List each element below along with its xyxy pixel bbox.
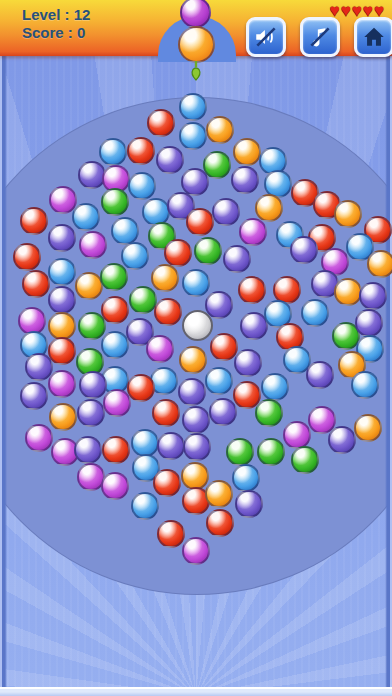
bubble[interactable] [157,432,185,460]
bubble[interactable] [79,371,107,399]
bubble[interactable] [182,537,210,565]
bubble[interactable] [22,270,50,298]
bubble[interactable] [100,263,128,291]
bubble[interactable] [129,286,157,314]
bubble[interactable] [301,299,329,327]
bubble[interactable] [101,331,129,359]
bubble[interactable] [131,429,159,457]
bubble[interactable] [13,243,41,271]
hud-text: Level : 12 Score : 0 [22,6,90,42]
bubble[interactable] [255,399,283,427]
bubble[interactable] [283,421,311,449]
bubble[interactable] [48,337,76,365]
bubble[interactable] [179,122,207,150]
bubble[interactable] [101,296,129,324]
bubble[interactable] [261,373,289,401]
bubble[interactable] [179,93,207,121]
bubble[interactable] [25,424,53,452]
bubble[interactable] [206,116,234,144]
bubble-board[interactable] [0,0,392,696]
bubble[interactable] [351,371,379,399]
game-screen: Level : 12 Score : 0 ♥♥♥♥♥ [0,0,392,696]
bubble[interactable] [179,346,207,374]
bubble[interactable] [212,198,240,226]
bubble[interactable] [72,203,100,231]
bubble[interactable] [205,367,233,395]
bubble[interactable] [290,236,318,264]
bubble[interactable] [210,333,238,361]
level-label: Level : 12 [22,6,90,24]
bubble[interactable] [328,426,356,454]
bubble[interactable] [183,433,211,461]
bubble[interactable] [121,242,149,270]
bubble[interactable] [359,282,387,310]
bubble[interactable] [20,207,48,235]
bubble[interactable] [48,370,76,398]
bubble[interactable] [178,378,206,406]
bubble[interactable] [146,335,174,363]
bubble[interactable] [103,389,131,417]
current-bubble[interactable] [178,26,215,63]
bubble[interactable] [99,138,127,166]
bubble[interactable] [20,382,48,410]
bubble[interactable] [74,436,102,464]
score-label: Score : 0 [22,24,90,42]
bubble[interactable] [48,258,76,286]
bubble[interactable] [355,309,383,337]
bubble[interactable] [127,374,155,402]
bubble[interactable] [181,462,209,490]
bubble[interactable] [151,264,179,292]
bubble[interactable] [257,438,285,466]
home-button[interactable] [354,17,392,57]
bubble[interactable] [235,490,263,518]
bubble[interactable] [101,472,129,500]
bubble[interactable] [306,361,334,389]
bubble[interactable] [206,509,234,537]
bubble[interactable] [164,239,192,267]
bubble[interactable] [182,406,210,434]
bubble[interactable] [182,269,210,297]
speaker-slash-icon [253,24,279,50]
bubble[interactable] [194,237,222,265]
bubble[interactable] [226,438,254,466]
bubble[interactable] [231,166,259,194]
bubble[interactable] [232,464,260,492]
bubble[interactable] [77,399,105,427]
bubble[interactable] [48,286,76,314]
bubble[interactable] [233,138,261,166]
bubble[interactable] [156,146,184,174]
bubble[interactable] [367,250,392,278]
home-icon [361,24,387,50]
bubble[interactable] [128,172,156,200]
bubble[interactable] [209,398,237,426]
white-ball[interactable] [182,310,213,341]
bubble[interactable] [147,109,175,137]
bubble[interactable] [153,469,181,497]
bubble[interactable] [102,436,130,464]
music-note-slash-icon [307,24,333,50]
bubble[interactable] [48,224,76,252]
bubble[interactable] [111,217,139,245]
bubble[interactable] [127,137,155,165]
bubble[interactable] [48,312,76,340]
bubble[interactable] [152,399,180,427]
bubble[interactable] [49,403,77,431]
bubble[interactable] [334,278,362,306]
bubble[interactable] [157,520,185,548]
bubble[interactable] [291,446,319,474]
bubble[interactable] [239,218,267,246]
bubble[interactable] [101,188,129,216]
bubble[interactable] [131,492,159,520]
bubble[interactable] [223,245,251,273]
music-mute-button[interactable] [300,17,340,57]
aim-arrow-icon [188,61,204,81]
bubble[interactable] [154,298,182,326]
bubble[interactable] [238,276,266,304]
bubble[interactable] [234,349,262,377]
bubble[interactable] [79,231,107,259]
hud-buttons [246,17,392,57]
bubble[interactable] [255,194,283,222]
bubble[interactable] [354,414,382,442]
bubble[interactable] [205,480,233,508]
bubble[interactable] [75,272,103,300]
bubble[interactable] [186,208,214,236]
sound-mute-button[interactable] [246,17,286,57]
bubble[interactable] [334,200,362,228]
